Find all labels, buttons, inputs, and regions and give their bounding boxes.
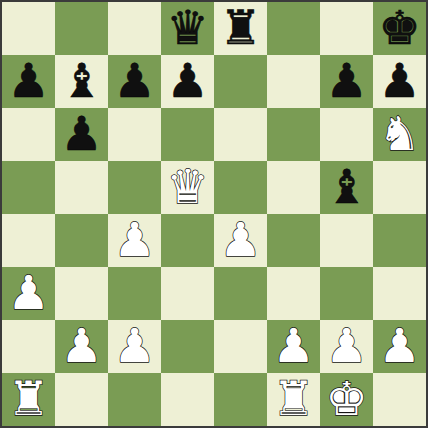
square-f8[interactable] bbox=[267, 2, 320, 55]
square-c4[interactable]: ♟ bbox=[108, 214, 161, 267]
square-e2[interactable] bbox=[214, 320, 267, 373]
square-c2[interactable]: ♟ bbox=[108, 320, 161, 373]
square-h6[interactable]: ♞ bbox=[373, 108, 426, 161]
square-c6[interactable] bbox=[108, 108, 161, 161]
square-b4[interactable] bbox=[55, 214, 108, 267]
square-a6[interactable] bbox=[2, 108, 55, 161]
square-b8[interactable] bbox=[55, 2, 108, 55]
chess-board: ♛♜♚♟♝♟♟♟♟♟♞♛♝♟♟♟♟♟♟♟♟♜♜♚ bbox=[0, 0, 428, 428]
piece-black-bishop[interactable]: ♝ bbox=[325, 163, 367, 210]
square-g2[interactable]: ♟ bbox=[320, 320, 373, 373]
piece-white-pawn[interactable]: ♟ bbox=[378, 322, 420, 369]
square-f3[interactable] bbox=[267, 267, 320, 320]
square-d5[interactable]: ♛ bbox=[161, 161, 214, 214]
piece-white-pawn[interactable]: ♟ bbox=[113, 322, 155, 369]
square-d1[interactable] bbox=[161, 373, 214, 426]
square-e3[interactable] bbox=[214, 267, 267, 320]
square-a1[interactable]: ♜ bbox=[2, 373, 55, 426]
square-b1[interactable] bbox=[55, 373, 108, 426]
square-a3[interactable]: ♟ bbox=[2, 267, 55, 320]
square-h4[interactable] bbox=[373, 214, 426, 267]
piece-black-pawn[interactable]: ♟ bbox=[325, 57, 367, 104]
square-f6[interactable] bbox=[267, 108, 320, 161]
square-f1[interactable]: ♜ bbox=[267, 373, 320, 426]
square-h2[interactable]: ♟ bbox=[373, 320, 426, 373]
square-f2[interactable]: ♟ bbox=[267, 320, 320, 373]
square-a7[interactable]: ♟ bbox=[2, 55, 55, 108]
square-g1[interactable]: ♚ bbox=[320, 373, 373, 426]
square-h7[interactable]: ♟ bbox=[373, 55, 426, 108]
square-e1[interactable] bbox=[214, 373, 267, 426]
square-g6[interactable] bbox=[320, 108, 373, 161]
square-a4[interactable] bbox=[2, 214, 55, 267]
square-d3[interactable] bbox=[161, 267, 214, 320]
square-f4[interactable] bbox=[267, 214, 320, 267]
piece-white-rook[interactable]: ♜ bbox=[7, 375, 49, 422]
piece-white-rook[interactable]: ♜ bbox=[272, 375, 314, 422]
piece-black-pawn[interactable]: ♟ bbox=[60, 110, 102, 157]
piece-black-pawn[interactable]: ♟ bbox=[166, 57, 208, 104]
square-c8[interactable] bbox=[108, 2, 161, 55]
square-d6[interactable] bbox=[161, 108, 214, 161]
square-g7[interactable]: ♟ bbox=[320, 55, 373, 108]
square-c1[interactable] bbox=[108, 373, 161, 426]
piece-white-pawn[interactable]: ♟ bbox=[219, 216, 261, 263]
square-h3[interactable] bbox=[373, 267, 426, 320]
square-a2[interactable] bbox=[2, 320, 55, 373]
piece-white-knight[interactable]: ♞ bbox=[378, 110, 420, 157]
piece-white-pawn[interactable]: ♟ bbox=[325, 322, 367, 369]
square-b5[interactable] bbox=[55, 161, 108, 214]
square-h1[interactable] bbox=[373, 373, 426, 426]
square-e8[interactable]: ♜ bbox=[214, 2, 267, 55]
square-h8[interactable]: ♚ bbox=[373, 2, 426, 55]
square-d7[interactable]: ♟ bbox=[161, 55, 214, 108]
square-a8[interactable] bbox=[2, 2, 55, 55]
square-g3[interactable] bbox=[320, 267, 373, 320]
square-b6[interactable]: ♟ bbox=[55, 108, 108, 161]
piece-black-bishop[interactable]: ♝ bbox=[60, 57, 102, 104]
square-g5[interactable]: ♝ bbox=[320, 161, 373, 214]
piece-white-queen[interactable]: ♛ bbox=[166, 163, 208, 210]
piece-black-queen[interactable]: ♛ bbox=[166, 4, 208, 51]
square-c3[interactable] bbox=[108, 267, 161, 320]
square-f5[interactable] bbox=[267, 161, 320, 214]
square-f7[interactable] bbox=[267, 55, 320, 108]
square-h5[interactable] bbox=[373, 161, 426, 214]
square-c7[interactable]: ♟ bbox=[108, 55, 161, 108]
square-d8[interactable]: ♛ bbox=[161, 2, 214, 55]
piece-white-pawn[interactable]: ♟ bbox=[60, 322, 102, 369]
square-c5[interactable] bbox=[108, 161, 161, 214]
piece-black-king[interactable]: ♚ bbox=[378, 4, 420, 51]
piece-white-king[interactable]: ♚ bbox=[325, 375, 367, 422]
piece-black-pawn[interactable]: ♟ bbox=[113, 57, 155, 104]
square-b3[interactable] bbox=[55, 267, 108, 320]
square-g8[interactable] bbox=[320, 2, 373, 55]
piece-white-pawn[interactable]: ♟ bbox=[272, 322, 314, 369]
square-b7[interactable]: ♝ bbox=[55, 55, 108, 108]
square-b2[interactable]: ♟ bbox=[55, 320, 108, 373]
square-d4[interactable] bbox=[161, 214, 214, 267]
piece-white-pawn[interactable]: ♟ bbox=[7, 269, 49, 316]
square-e7[interactable] bbox=[214, 55, 267, 108]
square-d2[interactable] bbox=[161, 320, 214, 373]
square-e4[interactable]: ♟ bbox=[214, 214, 267, 267]
piece-black-pawn[interactable]: ♟ bbox=[378, 57, 420, 104]
piece-black-pawn[interactable]: ♟ bbox=[7, 57, 49, 104]
square-e5[interactable] bbox=[214, 161, 267, 214]
piece-black-rook[interactable]: ♜ bbox=[219, 4, 261, 51]
square-g4[interactable] bbox=[320, 214, 373, 267]
square-e6[interactable] bbox=[214, 108, 267, 161]
piece-white-pawn[interactable]: ♟ bbox=[113, 216, 155, 263]
square-a5[interactable] bbox=[2, 161, 55, 214]
